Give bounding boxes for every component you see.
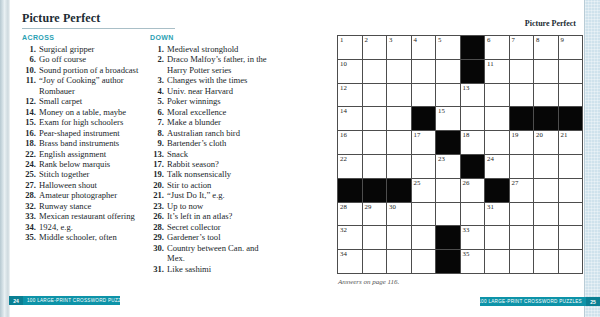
down-clue-item: 19.Talk nonsensically [150, 169, 272, 179]
down-clue-item: 21.“Just Do It,” e.g. [150, 190, 272, 200]
clue-number: 6. [150, 107, 164, 117]
clue-number: 23. [150, 201, 164, 211]
grid-cell[interactable] [485, 131, 509, 154]
grid-cell-black [436, 226, 460, 249]
clue-number: 34. [22, 222, 36, 232]
grid-cell[interactable] [387, 60, 411, 83]
clue-number: 14. [22, 107, 36, 117]
right-page-title: Picture Perfect [525, 19, 576, 28]
grid-cell[interactable]: 28 [338, 203, 362, 226]
clue-number: 5. [150, 96, 164, 106]
grid-cell[interactable]: 29 [363, 203, 387, 226]
across-clue-item: 16.Pear-shaped instrument [22, 128, 144, 138]
clue-text: Like sashimi [167, 264, 272, 274]
grid-cell[interactable] [387, 84, 411, 107]
clue-text: Surgical gripper [39, 44, 144, 54]
clue-number: 12. [22, 96, 36, 106]
grid-cell[interactable] [363, 131, 387, 154]
grid-cell[interactable] [412, 203, 436, 226]
cell-number: 27 [512, 179, 519, 187]
clue-text: Secret collector [167, 222, 272, 232]
cell-number: 23 [438, 155, 445, 163]
cell-number: 2 [365, 36, 368, 44]
clue-number: 22. [22, 149, 36, 159]
clue-number: 21. [150, 190, 164, 200]
across-clue-item: 11.“Joy of Cooking” author Rombauer [22, 75, 144, 96]
grid-cell[interactable]: 15 [436, 107, 460, 130]
clue-number: 1. [150, 44, 164, 54]
clue-number: 33. [22, 211, 36, 221]
down-clue-item: 8.Australian ranch bird [150, 128, 272, 138]
across-clue-item: 34.1924, e.g. [22, 222, 144, 232]
grid-cell[interactable] [559, 155, 583, 178]
clue-text: Halloween shout [39, 180, 144, 190]
grid-cell[interactable] [559, 226, 583, 249]
down-clue-item: 9.Bartender’s cloth [150, 138, 272, 148]
down-clue-item: 20.Stir to action [150, 180, 272, 190]
cell-number: 26 [463, 179, 470, 187]
grid-cell-black [436, 250, 460, 273]
clue-text: Medieval stronghold [167, 44, 272, 54]
across-clue-item: 1.Surgical gripper [22, 44, 144, 54]
grid-cell[interactable]: 13 [461, 84, 485, 107]
grid-cell[interactable] [363, 84, 387, 107]
grid-cell[interactable]: 16 [338, 131, 362, 154]
cell-number: 6 [487, 36, 490, 44]
clue-number: 18. [22, 138, 36, 148]
clue-text: English assignment [39, 149, 144, 159]
down-clue-item: 30.Country between Can. and Mex. [150, 243, 272, 264]
clue-number: 35. [22, 232, 36, 242]
cell-number: 31 [487, 203, 494, 211]
down-clue-item: 1.Medieval stronghold [150, 44, 272, 54]
title-rule [22, 28, 175, 29]
grid-cell[interactable]: 11 [485, 60, 509, 83]
clue-text: “Joy of Cooking” author Rombauer [39, 75, 144, 96]
cell-number: 19 [512, 131, 519, 139]
clue-text: Draco Malfoy’s father, in the Harry Pott… [167, 54, 272, 75]
answers-note: Answers on page 116. [338, 278, 399, 286]
clue-text: Amateur photographer [39, 190, 144, 200]
grid-cell[interactable] [534, 203, 558, 226]
clue-number: 3. [150, 75, 164, 85]
clue-number: 20. [150, 180, 164, 190]
clue-text: Rabbit season? [167, 159, 272, 169]
grid-cell[interactable]: 31 [485, 203, 509, 226]
grid-cell[interactable] [412, 250, 436, 273]
grid-cell[interactable]: 35 [461, 250, 485, 273]
page-title: Picture Perfect [22, 11, 100, 26]
left-page-edge [0, 0, 10, 317]
clue-number: 8. [150, 128, 164, 138]
grid-cell[interactable] [363, 60, 387, 83]
cell-number: 34 [340, 250, 347, 258]
clue-text: Talk nonsensically [167, 169, 272, 179]
grid-cell[interactable] [534, 155, 558, 178]
grid-cell[interactable] [559, 250, 583, 273]
clue-text: It’s left in an atlas? [167, 211, 272, 221]
clue-number: 7. [150, 117, 164, 127]
grid-cell[interactable] [559, 84, 583, 107]
cell-number: 8 [536, 36, 539, 44]
clue-number: 32. [22, 201, 36, 211]
grid-cell[interactable] [510, 226, 534, 249]
across-clue-item: 35.Middle schooler, often [22, 232, 144, 242]
clue-number: 31. [150, 264, 164, 274]
clue-number: 1. [22, 44, 36, 54]
across-clue-item: 6.Go off course [22, 54, 144, 64]
grid-cell[interactable] [412, 60, 436, 83]
grid-cell-black [559, 107, 583, 130]
down-clue-item: 17.Rabbit season? [150, 159, 272, 169]
across-clue-item: 14.Money on a table, maybe [22, 107, 144, 117]
cell-number: 11 [487, 60, 494, 68]
grid-cell[interactable] [363, 250, 387, 273]
grid-cell[interactable]: 18 [461, 131, 485, 154]
down-clue-item: 5.Poker winnings [150, 96, 272, 106]
grid-cell[interactable] [387, 107, 411, 130]
grid-cell[interactable] [534, 226, 558, 249]
clue-number: 9. [150, 138, 164, 148]
clue-text: Money on a table, maybe [39, 107, 144, 117]
clue-number: 24. [22, 159, 36, 169]
clue-text: Rank below marquis [39, 159, 144, 169]
clue-text: Small carpet [39, 96, 144, 106]
across-clue-item: 28.Amateur photographer [22, 190, 144, 200]
clue-text: Up to now [167, 201, 272, 211]
across-clue-item: 22.English assignment [22, 149, 144, 159]
footer-left: 24 100 LARGE-PRINT CROSSWORD PUZZLES [9, 296, 120, 305]
across-clue-item: 27.Halloween shout [22, 180, 144, 190]
cell-number: 28 [340, 203, 347, 211]
clue-number: 2. [150, 54, 164, 75]
grid-cell[interactable] [387, 131, 411, 154]
grid-cell-black [412, 107, 436, 130]
clue-text: Changes with the times [167, 75, 272, 85]
grid-cell[interactable]: 12 [338, 84, 362, 107]
down-heading: DOWN [150, 34, 174, 41]
down-clue-item: 6.Moral excellence [150, 107, 272, 117]
grid-cell[interactable]: 8 [534, 36, 558, 59]
grid-cell[interactable] [412, 84, 436, 107]
grid-cell[interactable] [436, 60, 460, 83]
clue-text: Brass band instruments [39, 138, 144, 148]
cell-number: 21 [561, 131, 568, 139]
clue-text: Australian ranch bird [167, 128, 272, 138]
clue-text: Pear-shaped instrument [39, 128, 144, 138]
grid-cell[interactable]: 14 [338, 107, 362, 130]
cell-number: 16 [340, 131, 347, 139]
down-clue-item: 2.Draco Malfoy’s father, in the Harry Po… [150, 54, 272, 75]
grid-cell[interactable]: 4 [412, 36, 436, 59]
cell-number: 12 [340, 84, 347, 92]
down-clue-item: 29.Gardener’s tool [150, 232, 272, 242]
across-clue-item: 12.Small carpet [22, 96, 144, 106]
grid-cell[interactable] [485, 226, 509, 249]
grid-cell[interactable]: 24 [485, 155, 509, 178]
cell-number: 9 [561, 36, 564, 44]
grid-cell-black [338, 179, 362, 202]
footer-right: 100 LARGE-PRINT CROSSWORD PUZZLES 25 [480, 297, 600, 306]
down-clue-item: 31.Like sashimi [150, 264, 272, 274]
cell-number: 15 [438, 107, 445, 115]
cell-number: 10 [340, 60, 347, 68]
grid-cell[interactable] [510, 84, 534, 107]
grid-cell-black [485, 179, 509, 202]
clue-number: 26. [150, 211, 164, 221]
grid-cell[interactable] [387, 226, 411, 249]
grid-cell[interactable]: 20 [534, 131, 558, 154]
clue-text: Stir to action [167, 180, 272, 190]
clue-text: Moral excellence [167, 107, 272, 117]
grid-cell[interactable] [387, 155, 411, 178]
grid-cell[interactable] [461, 107, 485, 130]
clue-text: Exam for high schoolers [39, 117, 144, 127]
clue-text: 1924, e.g. [39, 222, 144, 232]
cell-number: 3 [389, 36, 392, 44]
clue-number: 10. [22, 65, 36, 75]
across-heading: ACROSS [22, 34, 54, 41]
grid-cell-black [534, 107, 558, 130]
across-clue-item: 24.Rank below marquis [22, 159, 144, 169]
down-clue-list: 1.Medieval stronghold2.Draco Malfoy’s fa… [150, 44, 272, 274]
grid-cell-black [436, 131, 460, 154]
grid-cell[interactable] [534, 179, 558, 202]
grid-cell[interactable]: 21 [559, 131, 583, 154]
grid-cell[interactable] [436, 179, 460, 202]
cell-number: 1 [340, 36, 343, 44]
down-clue-item: 28.Secret collector [150, 222, 272, 232]
grid-cell[interactable] [387, 250, 411, 273]
grid-cell[interactable]: 32 [338, 226, 362, 249]
across-clue-list: 1.Surgical gripper6.Go off course10.Soun… [22, 44, 144, 243]
grid-cell[interactable] [412, 226, 436, 249]
cell-number: 32 [340, 226, 347, 234]
footer-title-right: 100 LARGE-PRINT CROSSWORD PUZZLES [478, 299, 582, 304]
cell-number: 35 [463, 250, 470, 258]
clue-text: Middle schooler, often [39, 232, 144, 242]
clue-number: 29. [150, 232, 164, 242]
grid-cell[interactable] [363, 155, 387, 178]
grid-cell[interactable] [510, 203, 534, 226]
clue-text: Country between Can. and Mex. [167, 243, 272, 264]
grid-cell[interactable] [510, 60, 534, 83]
grid-cell[interactable] [485, 84, 509, 107]
clue-text: Bartender’s cloth [167, 138, 272, 148]
grid-cell[interactable] [436, 203, 460, 226]
grid-cell[interactable] [363, 107, 387, 130]
down-clue-item: 23.Up to now [150, 201, 272, 211]
cell-number: 17 [414, 131, 421, 139]
across-clue-item: 18.Brass band instruments [22, 138, 144, 148]
grid-cell[interactable]: 1 [338, 36, 362, 59]
grid-cell-black [387, 179, 411, 202]
grid-cell[interactable] [534, 60, 558, 83]
across-clue-item: 25.Stitch together [22, 169, 144, 179]
cell-number: 24 [487, 155, 494, 163]
grid-cell[interactable] [485, 250, 509, 273]
grid-cell[interactable]: 27 [510, 179, 534, 202]
grid-cell-black [510, 107, 534, 130]
clue-text: Mexican restaurant offering [39, 211, 144, 221]
grid-cell[interactable] [461, 203, 485, 226]
grid-cell-black [363, 179, 387, 202]
clue-number: 28. [22, 190, 36, 200]
grid-cell[interactable] [363, 226, 387, 249]
cell-number: 13 [463, 84, 470, 92]
grid-cell[interactable] [485, 107, 509, 130]
clue-text: Go off course [39, 54, 144, 64]
grid-cell-black [461, 155, 485, 178]
clue-number: 6. [22, 54, 36, 64]
crossword-grid: 1234567891011121314151617181920212223242… [337, 35, 583, 274]
clue-number: 4. [150, 86, 164, 96]
grid-cell[interactable]: 23 [436, 155, 460, 178]
grid-cell-black [461, 60, 485, 83]
grid-cell[interactable]: 6 [485, 36, 509, 59]
cell-number: 20 [536, 131, 543, 139]
clue-text: Poker winnings [167, 96, 272, 106]
clue-text: Snack [167, 149, 272, 159]
grid-cell[interactable] [510, 250, 534, 273]
grid-cell[interactable] [510, 155, 534, 178]
down-clue-item: 26.It’s left in an atlas? [150, 211, 272, 221]
down-clue-item: 3.Changes with the times [150, 75, 272, 85]
cell-number: 22 [340, 155, 347, 163]
clue-number: 27. [22, 180, 36, 190]
grid-cell[interactable]: 10 [338, 60, 362, 83]
down-clue-item: 7.Make a blunder [150, 117, 272, 127]
cell-number: 33 [463, 226, 470, 234]
clue-text: Univ. near Harvard [167, 86, 272, 96]
across-clue-item: 10.Sound portion of a broadcast [22, 65, 144, 75]
across-clue-item: 33.Mexican restaurant offering [22, 211, 144, 221]
cell-number: 30 [389, 203, 396, 211]
clue-text: Runway stance [39, 201, 144, 211]
down-clue-item: 4.Univ. near Harvard [150, 86, 272, 96]
clue-number: 28. [150, 222, 164, 232]
clue-text: “Just Do It,” e.g. [167, 190, 272, 200]
clue-number: 15. [22, 117, 36, 127]
footer-title-left: 100 LARGE-PRINT CROSSWORD PUZZLES [27, 298, 131, 303]
grid-cell[interactable]: 33 [461, 226, 485, 249]
clue-number: 13. [150, 149, 164, 159]
cell-number: 29 [365, 203, 372, 211]
clue-text: Stitch together [39, 169, 144, 179]
cell-number: 4 [414, 36, 417, 44]
grid-cell-black [461, 36, 485, 59]
grid-cell[interactable]: 22 [338, 155, 362, 178]
right-page-edge [584, 0, 600, 317]
across-clue-item: 15.Exam for high schoolers [22, 117, 144, 127]
clue-text: Gardener’s tool [167, 232, 272, 242]
grid-cell[interactable]: 3 [387, 36, 411, 59]
cell-number: 7 [512, 36, 515, 44]
grid-cell[interactable]: 9 [559, 36, 583, 59]
grid-cell[interactable]: 34 [338, 250, 362, 273]
clue-number: 17. [150, 159, 164, 169]
grid-cell[interactable] [436, 84, 460, 107]
grid-cell[interactable] [559, 203, 583, 226]
clue-number: 30. [150, 243, 164, 264]
grid-cell[interactable]: 5 [436, 36, 460, 59]
grid-cell[interactable] [534, 84, 558, 107]
grid-cell[interactable] [559, 179, 583, 202]
clue-text: Sound portion of a broadcast [39, 65, 144, 75]
page-number-left: 24 [9, 296, 23, 305]
grid-cell[interactable] [534, 250, 558, 273]
grid-cell[interactable]: 2 [363, 36, 387, 59]
cell-number: 5 [438, 36, 441, 44]
grid-cell[interactable]: 25 [412, 179, 436, 202]
cell-number: 18 [463, 131, 470, 139]
page-number-right: 25 [586, 297, 600, 306]
grid-cell[interactable] [412, 155, 436, 178]
clue-number: 16. [22, 128, 36, 138]
clue-number: 11. [22, 75, 36, 96]
grid-cell[interactable]: 7 [510, 36, 534, 59]
clue-text: Make a blunder [167, 117, 272, 127]
clue-number: 25. [22, 169, 36, 179]
across-clue-item: 32.Runway stance [22, 201, 144, 211]
grid-cell[interactable]: 26 [461, 179, 485, 202]
cell-number: 14 [340, 107, 347, 115]
grid-cell[interactable] [559, 60, 583, 83]
clue-number: 19. [150, 169, 164, 179]
grid-cell[interactable]: 17 [412, 131, 436, 154]
cell-number: 25 [414, 179, 421, 187]
grid-cell[interactable]: 30 [387, 203, 411, 226]
grid-cell[interactable]: 19 [510, 131, 534, 154]
down-clue-item: 13.Snack [150, 149, 272, 159]
